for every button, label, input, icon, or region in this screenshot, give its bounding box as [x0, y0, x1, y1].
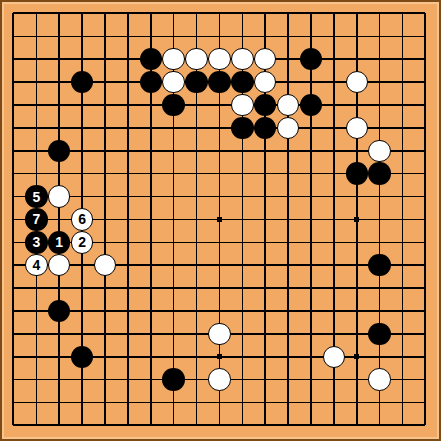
intersection-N9[interactable] — [277, 231, 300, 254]
intersection-C9[interactable]: 1 — [48, 231, 71, 254]
intersection-G5[interactable] — [139, 322, 162, 345]
intersection-A16[interactable] — [2, 71, 25, 94]
black-stone[interactable] — [162, 94, 185, 117]
intersection-L15[interactable] — [231, 94, 254, 117]
intersection-Q1[interactable] — [345, 414, 368, 437]
intersection-E8[interactable] — [94, 254, 117, 277]
intersection-F11[interactable] — [116, 185, 139, 208]
intersection-T4[interactable] — [414, 345, 437, 368]
intersection-T17[interactable] — [414, 48, 437, 71]
white-stone[interactable] — [208, 48, 231, 71]
intersection-C6[interactable] — [48, 300, 71, 323]
intersection-R12[interactable] — [368, 162, 391, 185]
intersection-S12[interactable] — [391, 162, 414, 185]
intersection-L9[interactable] — [231, 231, 254, 254]
intersection-C13[interactable] — [48, 139, 71, 162]
intersection-M14[interactable] — [254, 116, 277, 139]
white-stone[interactable] — [254, 48, 277, 71]
black-stone-move-3[interactable]: 3 — [25, 231, 48, 254]
white-stone[interactable] — [231, 48, 254, 71]
intersection-D12[interactable] — [71, 162, 94, 185]
intersection-A17[interactable] — [2, 48, 25, 71]
intersection-J14[interactable] — [185, 116, 208, 139]
intersection-L6[interactable] — [231, 300, 254, 323]
intersection-A10[interactable] — [2, 208, 25, 231]
intersection-C19[interactable] — [48, 2, 71, 25]
intersection-B18[interactable] — [25, 25, 48, 48]
intersection-N16[interactable] — [277, 71, 300, 94]
intersection-H3[interactable] — [162, 368, 185, 391]
intersection-E14[interactable] — [94, 116, 117, 139]
intersection-N1[interactable] — [277, 414, 300, 437]
intersection-A5[interactable] — [2, 322, 25, 345]
intersection-O16[interactable] — [300, 71, 323, 94]
intersection-H10[interactable] — [162, 208, 185, 231]
white-stone-move-4[interactable]: 4 — [25, 254, 48, 277]
intersection-R9[interactable] — [368, 231, 391, 254]
intersection-J17[interactable] — [185, 48, 208, 71]
intersection-J11[interactable] — [185, 185, 208, 208]
intersection-F18[interactable] — [116, 25, 139, 48]
intersection-J5[interactable] — [185, 322, 208, 345]
intersection-A4[interactable] — [2, 345, 25, 368]
intersection-O3[interactable] — [300, 368, 323, 391]
intersection-P16[interactable] — [322, 71, 345, 94]
intersection-D15[interactable] — [71, 94, 94, 117]
intersection-Q8[interactable] — [345, 254, 368, 277]
intersection-D19[interactable] — [71, 2, 94, 25]
intersection-Q18[interactable] — [345, 25, 368, 48]
intersection-C7[interactable] — [48, 277, 71, 300]
intersection-J4[interactable] — [185, 345, 208, 368]
intersection-R19[interactable] — [368, 2, 391, 25]
intersection-B14[interactable] — [25, 116, 48, 139]
intersection-D4[interactable] — [71, 345, 94, 368]
intersection-L16[interactable] — [231, 71, 254, 94]
intersection-D11[interactable] — [71, 185, 94, 208]
intersection-Q7[interactable] — [345, 277, 368, 300]
intersection-Q2[interactable] — [345, 391, 368, 414]
intersection-N12[interactable] — [277, 162, 300, 185]
intersection-C16[interactable] — [48, 71, 71, 94]
intersection-M2[interactable] — [254, 391, 277, 414]
intersection-G11[interactable] — [139, 185, 162, 208]
white-stone[interactable] — [185, 48, 208, 71]
intersection-E4[interactable] — [94, 345, 117, 368]
intersection-N4[interactable] — [277, 345, 300, 368]
intersection-E12[interactable] — [94, 162, 117, 185]
intersection-E17[interactable] — [94, 48, 117, 71]
intersection-M11[interactable] — [254, 185, 277, 208]
intersection-F3[interactable] — [116, 368, 139, 391]
intersection-M8[interactable] — [254, 254, 277, 277]
intersection-N19[interactable] — [277, 2, 300, 25]
intersection-Q16[interactable] — [345, 71, 368, 94]
intersection-H15[interactable] — [162, 94, 185, 117]
intersection-R8[interactable] — [368, 254, 391, 277]
intersection-B1[interactable] — [25, 414, 48, 437]
intersection-A11[interactable] — [2, 185, 25, 208]
intersection-F6[interactable] — [116, 300, 139, 323]
intersection-S10[interactable] — [391, 208, 414, 231]
white-stone[interactable] — [368, 368, 391, 391]
intersection-P7[interactable] — [322, 277, 345, 300]
intersection-G13[interactable] — [139, 139, 162, 162]
intersection-J7[interactable] — [185, 277, 208, 300]
intersection-A13[interactable] — [2, 139, 25, 162]
intersection-K18[interactable] — [208, 25, 231, 48]
intersection-B6[interactable] — [25, 300, 48, 323]
intersection-J19[interactable] — [185, 2, 208, 25]
white-stone[interactable] — [254, 71, 277, 94]
intersection-N18[interactable] — [277, 25, 300, 48]
intersection-S9[interactable] — [391, 231, 414, 254]
white-stone-move-6[interactable]: 6 — [71, 208, 94, 231]
black-stone-move-7[interactable]: 7 — [25, 208, 48, 231]
intersection-H2[interactable] — [162, 391, 185, 414]
intersection-H19[interactable] — [162, 2, 185, 25]
intersection-H7[interactable] — [162, 277, 185, 300]
intersection-J3[interactable] — [185, 368, 208, 391]
intersection-Q11[interactable] — [345, 185, 368, 208]
white-stone[interactable] — [162, 48, 185, 71]
intersection-P9[interactable] — [322, 231, 345, 254]
intersection-S11[interactable] — [391, 185, 414, 208]
intersection-F5[interactable] — [116, 322, 139, 345]
intersection-S2[interactable] — [391, 391, 414, 414]
intersection-N2[interactable] — [277, 391, 300, 414]
intersection-D16[interactable] — [71, 71, 94, 94]
intersection-B12[interactable] — [25, 162, 48, 185]
intersection-K7[interactable] — [208, 277, 231, 300]
intersection-G7[interactable] — [139, 277, 162, 300]
intersection-T7[interactable] — [414, 277, 437, 300]
intersection-L2[interactable] — [231, 391, 254, 414]
intersection-F9[interactable] — [116, 231, 139, 254]
intersection-P11[interactable] — [322, 185, 345, 208]
intersection-R15[interactable] — [368, 94, 391, 117]
white-stone[interactable] — [277, 117, 300, 140]
intersection-C18[interactable] — [48, 25, 71, 48]
intersection-Q15[interactable] — [345, 94, 368, 117]
intersection-G4[interactable] — [139, 345, 162, 368]
intersection-N6[interactable] — [277, 300, 300, 323]
intersection-O13[interactable] — [300, 139, 323, 162]
intersection-M6[interactable] — [254, 300, 277, 323]
intersection-K3[interactable] — [208, 368, 231, 391]
intersection-O10[interactable] — [300, 208, 323, 231]
intersection-S19[interactable] — [391, 2, 414, 25]
intersection-K11[interactable] — [208, 185, 231, 208]
intersection-M19[interactable] — [254, 2, 277, 25]
intersection-L4[interactable] — [231, 345, 254, 368]
intersection-T2[interactable] — [414, 391, 437, 414]
intersection-D17[interactable] — [71, 48, 94, 71]
black-stone[interactable] — [71, 71, 94, 94]
intersection-H9[interactable] — [162, 231, 185, 254]
intersection-S18[interactable] — [391, 25, 414, 48]
intersection-R13[interactable] — [368, 139, 391, 162]
intersection-P14[interactable] — [322, 116, 345, 139]
intersection-M18[interactable] — [254, 25, 277, 48]
intersection-R17[interactable] — [368, 48, 391, 71]
intersection-A7[interactable] — [2, 277, 25, 300]
intersection-J15[interactable] — [185, 94, 208, 117]
intersection-L5[interactable] — [231, 322, 254, 345]
intersection-S17[interactable] — [391, 48, 414, 71]
white-stone[interactable] — [208, 323, 231, 346]
intersection-C8[interactable] — [48, 254, 71, 277]
intersection-A15[interactable] — [2, 94, 25, 117]
intersection-B5[interactable] — [25, 322, 48, 345]
intersection-B19[interactable] — [25, 2, 48, 25]
intersection-P13[interactable] — [322, 139, 345, 162]
intersection-E19[interactable] — [94, 2, 117, 25]
intersection-M1[interactable] — [254, 414, 277, 437]
intersection-O4[interactable] — [300, 345, 323, 368]
intersection-E16[interactable] — [94, 71, 117, 94]
intersection-N3[interactable] — [277, 368, 300, 391]
intersection-T3[interactable] — [414, 368, 437, 391]
white-stone[interactable] — [208, 368, 231, 391]
intersection-N5[interactable] — [277, 322, 300, 345]
intersection-G9[interactable] — [139, 231, 162, 254]
intersection-L3[interactable] — [231, 368, 254, 391]
intersection-C17[interactable] — [48, 48, 71, 71]
intersection-O14[interactable] — [300, 116, 323, 139]
intersection-T15[interactable] — [414, 94, 437, 117]
intersection-G15[interactable] — [139, 94, 162, 117]
black-stone[interactable] — [300, 94, 323, 117]
intersection-K10[interactable] — [208, 208, 231, 231]
intersection-J8[interactable] — [185, 254, 208, 277]
black-stone[interactable] — [48, 300, 71, 323]
intersection-Q3[interactable] — [345, 368, 368, 391]
intersection-P15[interactable] — [322, 94, 345, 117]
intersection-O15[interactable] — [300, 94, 323, 117]
intersection-B16[interactable] — [25, 71, 48, 94]
intersection-M12[interactable] — [254, 162, 277, 185]
intersection-Q10[interactable] — [345, 208, 368, 231]
intersection-L13[interactable] — [231, 139, 254, 162]
intersection-R16[interactable] — [368, 71, 391, 94]
intersection-P2[interactable] — [322, 391, 345, 414]
intersection-L19[interactable] — [231, 2, 254, 25]
intersection-R10[interactable] — [368, 208, 391, 231]
intersection-O1[interactable] — [300, 414, 323, 437]
intersection-S4[interactable] — [391, 345, 414, 368]
intersection-A14[interactable] — [2, 116, 25, 139]
intersection-C4[interactable] — [48, 345, 71, 368]
intersection-S16[interactable] — [391, 71, 414, 94]
black-stone-move-1[interactable]: 1 — [48, 231, 71, 254]
black-stone[interactable] — [368, 254, 391, 277]
intersection-E5[interactable] — [94, 322, 117, 345]
intersection-C11[interactable] — [48, 185, 71, 208]
white-stone[interactable] — [162, 71, 185, 94]
intersection-D2[interactable] — [71, 391, 94, 414]
intersection-O6[interactable] — [300, 300, 323, 323]
intersection-G3[interactable] — [139, 368, 162, 391]
intersection-A12[interactable] — [2, 162, 25, 185]
intersection-S13[interactable] — [391, 139, 414, 162]
intersection-B3[interactable] — [25, 368, 48, 391]
intersection-F15[interactable] — [116, 94, 139, 117]
intersection-B8[interactable]: 4 — [25, 254, 48, 277]
intersection-A19[interactable] — [2, 2, 25, 25]
intersection-M17[interactable] — [254, 48, 277, 71]
black-stone[interactable] — [300, 48, 323, 71]
intersection-J6[interactable] — [185, 300, 208, 323]
intersection-B9[interactable]: 3 — [25, 231, 48, 254]
intersection-P6[interactable] — [322, 300, 345, 323]
black-stone[interactable] — [71, 346, 94, 369]
intersection-P12[interactable] — [322, 162, 345, 185]
intersection-F12[interactable] — [116, 162, 139, 185]
intersection-F1[interactable] — [116, 414, 139, 437]
intersection-K13[interactable] — [208, 139, 231, 162]
intersection-G12[interactable] — [139, 162, 162, 185]
intersection-D18[interactable] — [71, 25, 94, 48]
black-stone[interactable] — [368, 323, 391, 346]
intersection-F17[interactable] — [116, 48, 139, 71]
intersection-B15[interactable] — [25, 94, 48, 117]
intersection-O8[interactable] — [300, 254, 323, 277]
intersection-R11[interactable] — [368, 185, 391, 208]
intersection-T9[interactable] — [414, 231, 437, 254]
intersection-O19[interactable] — [300, 2, 323, 25]
intersection-N15[interactable] — [277, 94, 300, 117]
intersection-K6[interactable] — [208, 300, 231, 323]
intersection-K2[interactable] — [208, 391, 231, 414]
intersection-J2[interactable] — [185, 391, 208, 414]
white-stone[interactable] — [231, 94, 254, 117]
white-stone[interactable] — [346, 71, 369, 94]
intersection-O11[interactable] — [300, 185, 323, 208]
intersection-A3[interactable] — [2, 368, 25, 391]
intersection-E9[interactable] — [94, 231, 117, 254]
intersection-R4[interactable] — [368, 345, 391, 368]
intersection-F10[interactable] — [116, 208, 139, 231]
intersection-T16[interactable] — [414, 71, 437, 94]
intersection-R5[interactable] — [368, 322, 391, 345]
intersection-L10[interactable] — [231, 208, 254, 231]
intersection-G16[interactable] — [139, 71, 162, 94]
intersection-T18[interactable] — [414, 25, 437, 48]
intersection-C3[interactable] — [48, 368, 71, 391]
intersection-N13[interactable] — [277, 139, 300, 162]
intersection-T6[interactable] — [414, 300, 437, 323]
black-stone[interactable] — [140, 48, 163, 71]
intersection-B17[interactable] — [25, 48, 48, 71]
intersection-J12[interactable] — [185, 162, 208, 185]
black-stone[interactable] — [140, 71, 163, 94]
intersection-C14[interactable] — [48, 116, 71, 139]
intersection-P18[interactable] — [322, 25, 345, 48]
intersection-F4[interactable] — [116, 345, 139, 368]
intersection-P19[interactable] — [322, 2, 345, 25]
intersection-C5[interactable] — [48, 322, 71, 345]
intersection-P17[interactable] — [322, 48, 345, 71]
intersection-K19[interactable] — [208, 2, 231, 25]
intersection-C10[interactable] — [48, 208, 71, 231]
intersection-R3[interactable] — [368, 368, 391, 391]
intersection-F8[interactable] — [116, 254, 139, 277]
intersection-A8[interactable] — [2, 254, 25, 277]
intersection-T1[interactable] — [414, 414, 437, 437]
intersection-D3[interactable] — [71, 368, 94, 391]
intersection-C12[interactable] — [48, 162, 71, 185]
intersection-K1[interactable] — [208, 414, 231, 437]
black-stone[interactable] — [208, 71, 231, 94]
intersection-H17[interactable] — [162, 48, 185, 71]
intersection-K9[interactable] — [208, 231, 231, 254]
intersection-G14[interactable] — [139, 116, 162, 139]
intersection-M7[interactable] — [254, 277, 277, 300]
intersection-L7[interactable] — [231, 277, 254, 300]
intersection-R18[interactable] — [368, 25, 391, 48]
intersection-D9[interactable]: 2 — [71, 231, 94, 254]
black-stone[interactable] — [185, 71, 208, 94]
intersection-E10[interactable] — [94, 208, 117, 231]
intersection-C2[interactable] — [48, 391, 71, 414]
intersection-Q19[interactable] — [345, 2, 368, 25]
intersection-M9[interactable] — [254, 231, 277, 254]
intersection-E15[interactable] — [94, 94, 117, 117]
intersection-B13[interactable] — [25, 139, 48, 162]
intersection-M3[interactable] — [254, 368, 277, 391]
intersection-H1[interactable] — [162, 414, 185, 437]
intersection-J18[interactable] — [185, 25, 208, 48]
intersection-O18[interactable] — [300, 25, 323, 48]
intersection-S8[interactable] — [391, 254, 414, 277]
intersection-Q5[interactable] — [345, 322, 368, 345]
white-stone-move-2[interactable]: 2 — [71, 231, 94, 254]
intersection-T14[interactable] — [414, 116, 437, 139]
black-stone[interactable] — [231, 117, 254, 140]
intersection-N7[interactable] — [277, 277, 300, 300]
intersection-P3[interactable] — [322, 368, 345, 391]
intersection-Q9[interactable] — [345, 231, 368, 254]
intersection-O5[interactable] — [300, 322, 323, 345]
intersection-H14[interactable] — [162, 116, 185, 139]
intersection-S1[interactable] — [391, 414, 414, 437]
intersection-L1[interactable] — [231, 414, 254, 437]
intersection-P8[interactable] — [322, 254, 345, 277]
intersection-B11[interactable]: 5 — [25, 185, 48, 208]
intersection-D14[interactable] — [71, 116, 94, 139]
intersection-H18[interactable] — [162, 25, 185, 48]
intersection-A18[interactable] — [2, 25, 25, 48]
intersection-H11[interactable] — [162, 185, 185, 208]
intersection-N14[interactable] — [277, 116, 300, 139]
intersection-N10[interactable] — [277, 208, 300, 231]
intersection-M16[interactable] — [254, 71, 277, 94]
intersection-R7[interactable] — [368, 277, 391, 300]
intersection-J13[interactable] — [185, 139, 208, 162]
intersection-T13[interactable] — [414, 139, 437, 162]
intersection-R14[interactable] — [368, 116, 391, 139]
intersection-H4[interactable] — [162, 345, 185, 368]
intersection-K4[interactable] — [208, 345, 231, 368]
white-stone[interactable] — [277, 94, 300, 117]
intersection-L14[interactable] — [231, 116, 254, 139]
intersection-S5[interactable] — [391, 322, 414, 345]
black-stone[interactable] — [346, 162, 369, 185]
white-stone[interactable] — [94, 254, 117, 277]
intersection-S3[interactable] — [391, 368, 414, 391]
intersection-G6[interactable] — [139, 300, 162, 323]
